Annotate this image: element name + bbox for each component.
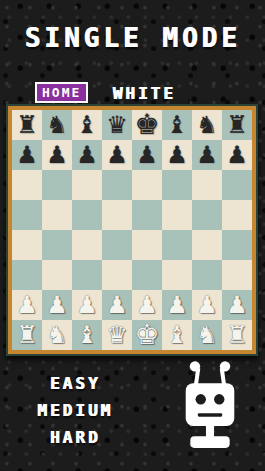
difficulty-menu: EASY MEDIUM HARD — [0, 370, 150, 451]
white-piece: ♚ — [134, 321, 159, 349]
square-a3[interactable] — [12, 260, 42, 290]
white-piece: ♜ — [16, 323, 38, 347]
chess-board[interactable]: ♜♞♝♛♚♝♞♜♟♟♟♟♟♟♟♟♟♟♟♟♟♟♟♟♜♞♝♛♚♝♞♜ — [12, 110, 252, 350]
robot-eye-left — [196, 394, 206, 404]
square-g6[interactable] — [192, 170, 222, 200]
square-e5[interactable] — [132, 200, 162, 230]
black-piece: ♟ — [226, 143, 248, 167]
square-d7[interactable]: ♟ — [102, 140, 132, 170]
home-button[interactable]: HOME — [35, 82, 88, 103]
square-f8[interactable]: ♝ — [162, 110, 192, 140]
square-g5[interactable] — [192, 200, 222, 230]
square-h7[interactable]: ♟ — [222, 140, 252, 170]
square-e8[interactable]: ♚ — [132, 110, 162, 140]
square-c3[interactable] — [72, 260, 102, 290]
square-c4[interactable] — [72, 230, 102, 260]
square-g3[interactable] — [192, 260, 222, 290]
black-piece: ♞ — [46, 113, 68, 137]
white-piece: ♝ — [76, 323, 98, 347]
square-d5[interactable] — [102, 200, 132, 230]
square-h6[interactable] — [222, 170, 252, 200]
square-e7[interactable]: ♟ — [132, 140, 162, 170]
difficulty-medium-button[interactable]: MEDIUM — [0, 397, 150, 424]
square-f4[interactable] — [162, 230, 192, 260]
board-wood-border: ♜♞♝♛♚♝♞♜♟♟♟♟♟♟♟♟♟♟♟♟♟♟♟♟♜♞♝♛♚♝♞♜ — [8, 106, 256, 354]
square-a1[interactable]: ♜ — [12, 320, 42, 350]
white-piece: ♟ — [106, 293, 128, 317]
black-piece: ♚ — [134, 111, 159, 139]
square-b5[interactable] — [42, 200, 72, 230]
white-piece: ♟ — [196, 293, 218, 317]
white-piece: ♟ — [166, 293, 188, 317]
square-g2[interactable]: ♟ — [192, 290, 222, 320]
black-piece: ♟ — [46, 143, 68, 167]
board-frame: ♜♞♝♛♚♝♞♜♟♟♟♟♟♟♟♟♟♟♟♟♟♟♟♟♜♞♝♛♚♝♞♜ — [6, 104, 258, 356]
square-h2[interactable]: ♟ — [222, 290, 252, 320]
square-a8[interactable]: ♜ — [12, 110, 42, 140]
square-d1[interactable]: ♛ — [102, 320, 132, 350]
square-b7[interactable]: ♟ — [42, 140, 72, 170]
black-piece: ♟ — [76, 143, 98, 167]
turn-indicator[interactable]: WHITE — [104, 84, 184, 103]
robot-eye-right — [214, 394, 224, 404]
robot-antenna-tip-left — [190, 361, 200, 371]
black-piece: ♞ — [196, 113, 218, 137]
square-g1[interactable]: ♞ — [192, 320, 222, 350]
white-piece: ♟ — [226, 293, 248, 317]
black-piece: ♝ — [166, 113, 188, 137]
white-piece: ♜ — [226, 323, 248, 347]
square-b3[interactable] — [42, 260, 72, 290]
square-h5[interactable] — [222, 200, 252, 230]
square-d2[interactable]: ♟ — [102, 290, 132, 320]
black-piece: ♜ — [226, 113, 248, 137]
page-title: SINGLE MODE — [0, 24, 265, 53]
square-b8[interactable]: ♞ — [42, 110, 72, 140]
square-h4[interactable] — [222, 230, 252, 260]
black-piece: ♜ — [16, 113, 38, 137]
black-piece: ♟ — [106, 143, 128, 167]
black-piece: ♝ — [76, 113, 98, 137]
square-f2[interactable]: ♟ — [162, 290, 192, 320]
square-h8[interactable]: ♜ — [222, 110, 252, 140]
square-h1[interactable]: ♜ — [222, 320, 252, 350]
difficulty-easy-button[interactable]: EASY — [0, 370, 150, 397]
square-c5[interactable] — [72, 200, 102, 230]
black-piece: ♟ — [136, 143, 158, 167]
black-piece: ♟ — [196, 143, 218, 167]
square-a6[interactable] — [12, 170, 42, 200]
square-a4[interactable] — [12, 230, 42, 260]
square-f5[interactable] — [162, 200, 192, 230]
square-e2[interactable]: ♟ — [132, 290, 162, 320]
square-d8[interactable]: ♛ — [102, 110, 132, 140]
square-c8[interactable]: ♝ — [72, 110, 102, 140]
white-piece: ♟ — [46, 293, 68, 317]
square-c2[interactable]: ♟ — [72, 290, 102, 320]
robot-icon — [181, 360, 239, 456]
square-g7[interactable]: ♟ — [192, 140, 222, 170]
square-b6[interactable] — [42, 170, 72, 200]
white-piece: ♞ — [196, 323, 218, 347]
square-a2[interactable]: ♟ — [12, 290, 42, 320]
square-b2[interactable]: ♟ — [42, 290, 72, 320]
robot-mouth — [198, 413, 222, 416]
square-e6[interactable] — [132, 170, 162, 200]
square-g8[interactable]: ♞ — [192, 110, 222, 140]
white-piece: ♞ — [46, 323, 68, 347]
square-d4[interactable] — [102, 230, 132, 260]
square-b1[interactable]: ♞ — [42, 320, 72, 350]
robot-base — [190, 436, 229, 448]
white-piece: ♟ — [16, 293, 38, 317]
square-f1[interactable]: ♝ — [162, 320, 192, 350]
square-g4[interactable] — [192, 230, 222, 260]
square-e4[interactable] — [132, 230, 162, 260]
square-h3[interactable] — [222, 260, 252, 290]
white-piece: ♝ — [166, 323, 188, 347]
square-e1[interactable]: ♚ — [132, 320, 162, 350]
black-piece: ♛ — [106, 113, 128, 137]
white-piece: ♟ — [136, 293, 158, 317]
square-f3[interactable] — [162, 260, 192, 290]
robot-neck — [206, 425, 214, 438]
square-c6[interactable] — [72, 170, 102, 200]
black-piece: ♟ — [166, 143, 188, 167]
square-d6[interactable] — [102, 170, 132, 200]
robot-head — [186, 383, 235, 426]
robot-antenna-tip-right — [220, 361, 230, 371]
difficulty-hard-button[interactable]: HARD — [0, 424, 150, 451]
square-a7[interactable]: ♟ — [12, 140, 42, 170]
square-e3[interactable] — [132, 260, 162, 290]
app-frame: SINGLE MODE HOME WHITE ♜♞♝♛♚♝♞♜♟♟♟♟♟♟♟♟♟… — [0, 0, 265, 471]
square-c1[interactable]: ♝ — [72, 320, 102, 350]
square-d3[interactable] — [102, 260, 132, 290]
white-piece: ♟ — [76, 293, 98, 317]
square-b4[interactable] — [42, 230, 72, 260]
black-piece: ♟ — [16, 143, 38, 167]
white-piece: ♛ — [106, 323, 128, 347]
square-c7[interactable]: ♟ — [72, 140, 102, 170]
square-f6[interactable] — [162, 170, 192, 200]
square-f7[interactable]: ♟ — [162, 140, 192, 170]
square-a5[interactable] — [12, 200, 42, 230]
